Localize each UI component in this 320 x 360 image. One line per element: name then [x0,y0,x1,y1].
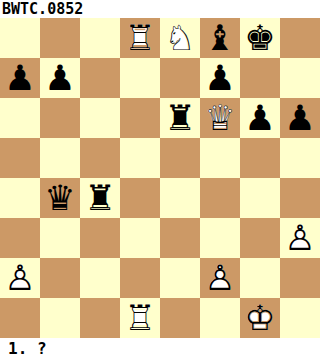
square-g5[interactable] [240,138,280,178]
white-piece-outline-glyph: ♖ [120,298,160,338]
square-f3[interactable] [200,218,240,258]
square-h1[interactable] [280,298,320,338]
black-piece-glyph: ♟ [40,58,80,98]
square-e5[interactable] [160,138,200,178]
black-piece-glyph: ♚ [240,18,280,58]
square-f5[interactable] [200,138,240,178]
square-h3[interactable]: ♟♙ [280,218,320,258]
square-d4[interactable] [120,178,160,218]
square-a6[interactable] [0,98,40,138]
square-f4[interactable] [200,178,240,218]
black-piece-glyph: ♝ [200,18,240,58]
square-a3[interactable] [0,218,40,258]
square-h2[interactable] [280,258,320,298]
square-c4[interactable]: ♜ [80,178,120,218]
square-h5[interactable] [280,138,320,178]
black-piece-glyph: ♟ [0,58,40,98]
square-d3[interactable] [120,218,160,258]
piece-black-queen[interactable]: ♛ [40,178,80,218]
square-f6[interactable]: ♛♕ [200,98,240,138]
square-h4[interactable] [280,178,320,218]
square-a5[interactable] [0,138,40,178]
piece-black-pawn[interactable]: ♟ [40,58,80,98]
square-e8[interactable]: ♞♘ [160,18,200,58]
square-a1[interactable] [0,298,40,338]
black-piece-glyph: ♟ [280,98,320,138]
square-g2[interactable] [240,258,280,298]
square-b2[interactable] [40,258,80,298]
square-d5[interactable] [120,138,160,178]
piece-white-rook[interactable]: ♜♖ [120,298,160,338]
piece-black-bishop[interactable]: ♝ [200,18,240,58]
square-e7[interactable] [160,58,200,98]
square-c8[interactable] [80,18,120,58]
square-g1[interactable]: ♚♔ [240,298,280,338]
piece-white-pawn[interactable]: ♟♙ [0,258,40,298]
square-b8[interactable] [40,18,80,58]
square-a8[interactable] [0,18,40,58]
square-f2[interactable]: ♟♙ [200,258,240,298]
square-c7[interactable] [80,58,120,98]
piece-black-pawn[interactable]: ♟ [0,58,40,98]
square-g8[interactable]: ♚ [240,18,280,58]
piece-white-knight[interactable]: ♞♘ [160,18,200,58]
black-piece-glyph: ♛ [40,178,80,218]
white-piece-outline-glyph: ♙ [200,258,240,298]
piece-black-rook[interactable]: ♜ [160,98,200,138]
square-a2[interactable]: ♟♙ [0,258,40,298]
square-b4[interactable]: ♛ [40,178,80,218]
square-c5[interactable] [80,138,120,178]
black-piece-glyph: ♟ [200,58,240,98]
square-h7[interactable] [280,58,320,98]
piece-white-king[interactable]: ♚♔ [240,298,280,338]
square-e1[interactable] [160,298,200,338]
square-d1[interactable]: ♜♖ [120,298,160,338]
piece-white-rook[interactable]: ♜♖ [120,18,160,58]
piece-black-rook[interactable]: ♜ [80,178,120,218]
piece-white-queen[interactable]: ♛♕ [200,98,240,138]
square-d7[interactable] [120,58,160,98]
black-piece-glyph: ♜ [80,178,120,218]
square-e4[interactable] [160,178,200,218]
piece-black-pawn[interactable]: ♟ [280,98,320,138]
square-g3[interactable] [240,218,280,258]
piece-white-pawn[interactable]: ♟♙ [280,218,320,258]
square-b6[interactable] [40,98,80,138]
status-bar: 1. ? [0,338,320,360]
square-c1[interactable] [80,298,120,338]
piece-black-king[interactable]: ♚ [240,18,280,58]
square-c3[interactable] [80,218,120,258]
square-c6[interactable] [80,98,120,138]
square-h8[interactable] [280,18,320,58]
square-f8[interactable]: ♝ [200,18,240,58]
square-c2[interactable] [80,258,120,298]
square-h6[interactable]: ♟ [280,98,320,138]
square-f1[interactable] [200,298,240,338]
white-piece-outline-glyph: ♙ [280,218,320,258]
square-b5[interactable] [40,138,80,178]
chess-board: ♜♖♞♘♝♚♟♟♟♜♛♕♟♟♛♜♟♙♟♙♟♙♜♖♚♔ [0,18,320,338]
square-d6[interactable] [120,98,160,138]
square-g6[interactable]: ♟ [240,98,280,138]
piece-black-pawn[interactable]: ♟ [200,58,240,98]
puzzle-title: BWTC.0852 [2,0,83,18]
square-e6[interactable]: ♜ [160,98,200,138]
square-e2[interactable] [160,258,200,298]
title-bar: BWTC.0852 [0,0,320,18]
square-a7[interactable]: ♟ [0,58,40,98]
piece-black-pawn[interactable]: ♟ [240,98,280,138]
square-b1[interactable] [40,298,80,338]
square-a4[interactable] [0,178,40,218]
square-b3[interactable] [40,218,80,258]
white-piece-outline-glyph: ♖ [120,18,160,58]
square-d8[interactable]: ♜♖ [120,18,160,58]
square-f7[interactable]: ♟ [200,58,240,98]
white-piece-outline-glyph: ♔ [240,298,280,338]
square-d2[interactable] [120,258,160,298]
square-e3[interactable] [160,218,200,258]
square-g7[interactable] [240,58,280,98]
move-prompt: 1. ? [8,338,47,360]
white-piece-outline-glyph: ♕ [200,98,240,138]
black-piece-glyph: ♜ [160,98,200,138]
black-piece-glyph: ♟ [240,98,280,138]
white-piece-outline-glyph: ♘ [160,18,200,58]
square-b7[interactable]: ♟ [40,58,80,98]
square-g4[interactable] [240,178,280,218]
white-piece-outline-glyph: ♙ [0,258,40,298]
piece-white-pawn[interactable]: ♟♙ [200,258,240,298]
